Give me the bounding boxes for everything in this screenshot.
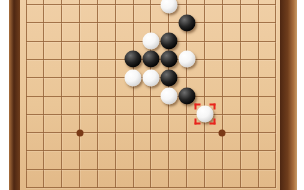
star-point: [76, 129, 83, 136]
black-stone: [160, 51, 177, 68]
marker-corner-bl: [194, 119, 200, 125]
white-stone: [178, 51, 195, 68]
grid-line-horizontal: [26, 22, 277, 23]
marker-corner-tr: [209, 104, 215, 110]
black-stone: [178, 88, 195, 105]
white-stone: [160, 0, 177, 13]
black-stone: [178, 14, 195, 31]
grid-line-horizontal: [26, 187, 277, 188]
grid-line-vertical: [43, 0, 44, 188]
white-stone: [142, 33, 159, 50]
grid-line-vertical: [26, 0, 27, 188]
grid-line-horizontal: [26, 114, 277, 115]
marker-corner-tl: [194, 104, 200, 110]
gomoku-board[interactable]: [20, 0, 280, 190]
grid-line-vertical: [133, 0, 134, 188]
star-point: [219, 129, 226, 136]
grid-line-horizontal: [26, 169, 277, 170]
board-frame-left: [9, 0, 20, 190]
grid-line-vertical: [97, 0, 98, 188]
grid-line-vertical: [204, 0, 205, 188]
grid-line-vertical: [150, 0, 151, 188]
white-stone: [125, 69, 142, 86]
black-stone: [160, 33, 177, 50]
grid-line-horizontal: [26, 4, 277, 5]
grid-line-vertical: [222, 0, 223, 188]
grid-line-vertical: [275, 0, 276, 188]
black-stone: [142, 51, 159, 68]
grid-line-vertical: [115, 0, 116, 188]
black-stone: [125, 51, 142, 68]
board-frame-right: [280, 0, 297, 190]
grid-line-vertical: [79, 0, 80, 188]
grid-line-horizontal: [26, 150, 277, 151]
grid-line-vertical: [61, 0, 62, 188]
black-stone: [160, 69, 177, 86]
white-stone: [142, 69, 159, 86]
grid-line-vertical: [240, 0, 241, 188]
grid-line-vertical: [258, 0, 259, 188]
white-stone: [160, 88, 177, 105]
grid-line-horizontal: [26, 96, 277, 97]
last-move-marker: [194, 104, 215, 125]
marker-corner-br: [209, 119, 215, 125]
grid-line-horizontal: [26, 132, 277, 133]
app-viewport: [0, 0, 304, 190]
